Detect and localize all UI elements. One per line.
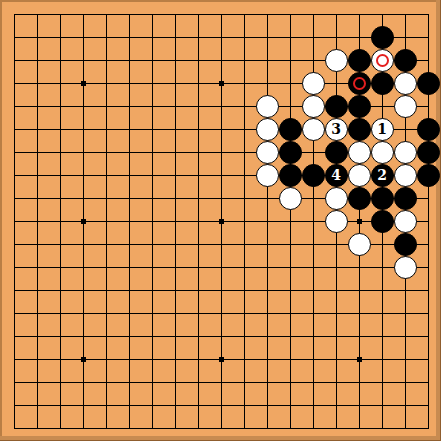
white-stone	[348, 141, 371, 164]
white-stone	[256, 118, 279, 141]
grid-line-horizontal	[14, 382, 429, 383]
black-stone	[325, 95, 348, 118]
grid-line-horizontal	[14, 405, 429, 406]
white-stone	[371, 49, 394, 72]
star-point	[219, 219, 224, 224]
white-stone	[394, 141, 417, 164]
star-point	[219, 81, 224, 86]
white-stone	[302, 72, 325, 95]
grid-line-horizontal	[14, 267, 429, 268]
black-stone	[279, 164, 302, 187]
grid-line-horizontal	[14, 290, 429, 291]
star-point	[357, 219, 362, 224]
white-stone	[279, 187, 302, 210]
white-stone	[302, 118, 325, 141]
white-stone	[394, 95, 417, 118]
grid-line-vertical	[244, 14, 245, 429]
black-stone	[279, 118, 302, 141]
red-circle-marker	[376, 54, 389, 67]
black-stone	[348, 72, 371, 95]
white-stone	[256, 95, 279, 118]
white-stone	[325, 210, 348, 233]
move-number-label: 4	[331, 168, 341, 182]
white-stone	[348, 233, 371, 256]
star-point	[81, 357, 86, 362]
white-stone	[325, 187, 348, 210]
black-stone	[348, 118, 371, 141]
black-stone	[394, 187, 417, 210]
black-stone	[417, 118, 440, 141]
white-stone	[302, 95, 325, 118]
black-stone	[371, 210, 394, 233]
black-stone	[279, 141, 302, 164]
white-stone	[371, 141, 394, 164]
star-point	[219, 357, 224, 362]
black-stone	[417, 164, 440, 187]
black-stone	[371, 187, 394, 210]
red-circle-marker	[353, 77, 366, 90]
black-stone: 4	[325, 164, 348, 187]
white-stone	[325, 49, 348, 72]
black-stone	[371, 72, 394, 95]
white-stone	[256, 164, 279, 187]
grid-line-horizontal	[14, 313, 429, 314]
star-point	[357, 357, 362, 362]
move-number-label: 3	[331, 122, 341, 136]
white-stone	[394, 72, 417, 95]
move-number-label: 2	[377, 168, 387, 182]
white-stone	[394, 256, 417, 279]
star-point	[81, 219, 86, 224]
black-stone	[348, 95, 371, 118]
black-stone	[325, 141, 348, 164]
black-stone: 2	[371, 164, 394, 187]
black-stone	[417, 72, 440, 95]
black-stone	[371, 26, 394, 49]
move-number-label: 1	[377, 122, 387, 136]
black-stone	[417, 141, 440, 164]
white-stone	[256, 141, 279, 164]
go-board: 3142	[0, 0, 441, 441]
white-stone: 1	[371, 118, 394, 141]
white-stone	[394, 164, 417, 187]
black-stone	[348, 49, 371, 72]
black-stone	[302, 164, 325, 187]
black-stone	[394, 49, 417, 72]
white-stone: 3	[325, 118, 348, 141]
grid-line-vertical	[267, 14, 268, 429]
star-point	[81, 81, 86, 86]
grid-line-vertical	[290, 14, 291, 429]
white-stone	[348, 164, 371, 187]
black-stone	[348, 187, 371, 210]
white-stone	[394, 210, 417, 233]
black-stone	[394, 233, 417, 256]
grid-line-horizontal	[14, 428, 429, 429]
grid-line-horizontal	[14, 336, 429, 337]
